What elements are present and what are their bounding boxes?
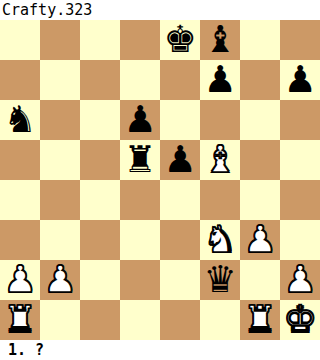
black-king[interactable]: ♚ (163, 20, 196, 60)
white-pawn[interactable]: ♟ (3, 260, 36, 300)
square-c5[interactable] (80, 140, 120, 180)
square-a6[interactable]: ♞ (0, 100, 40, 140)
square-h2[interactable]: ♟ (280, 260, 320, 300)
white-rook[interactable]: ♜ (243, 300, 276, 340)
square-d1[interactable] (120, 300, 160, 340)
white-pawn[interactable]: ♟ (243, 220, 276, 260)
square-h6[interactable] (280, 100, 320, 140)
square-e4[interactable] (160, 180, 200, 220)
square-b8[interactable] (40, 20, 80, 60)
black-bishop[interactable]: ♝ (203, 20, 236, 60)
black-rook[interactable]: ♜ (123, 140, 156, 180)
square-c1[interactable] (80, 300, 120, 340)
square-a2[interactable]: ♟ (0, 260, 40, 300)
square-h4[interactable] (280, 180, 320, 220)
square-a4[interactable] (0, 180, 40, 220)
square-a7[interactable] (0, 60, 40, 100)
square-h5[interactable] (280, 140, 320, 180)
square-e1[interactable] (160, 300, 200, 340)
square-d7[interactable] (120, 60, 160, 100)
square-e8[interactable]: ♚ (160, 20, 200, 60)
square-d5[interactable]: ♜ (120, 140, 160, 180)
square-c3[interactable] (80, 220, 120, 260)
square-b1[interactable] (40, 300, 80, 340)
square-d8[interactable] (120, 20, 160, 60)
square-g3[interactable]: ♟ (240, 220, 280, 260)
title-bar: Crafty.323 (0, 0, 320, 20)
square-h7[interactable]: ♟ (280, 60, 320, 100)
square-b5[interactable] (40, 140, 80, 180)
square-c7[interactable] (80, 60, 120, 100)
square-e5[interactable]: ♟ (160, 140, 200, 180)
square-f8[interactable]: ♝ (200, 20, 240, 60)
black-pawn[interactable]: ♟ (123, 100, 156, 140)
square-g4[interactable] (240, 180, 280, 220)
square-c6[interactable] (80, 100, 120, 140)
square-f3[interactable]: ♞ (200, 220, 240, 260)
square-h1[interactable]: ♚ (280, 300, 320, 340)
black-knight[interactable]: ♞ (3, 100, 36, 140)
square-g7[interactable] (240, 60, 280, 100)
move-prompt: 1. ? (0, 340, 44, 360)
white-pawn[interactable]: ♟ (43, 260, 76, 300)
square-f6[interactable] (200, 100, 240, 140)
black-pawn[interactable]: ♟ (163, 140, 196, 180)
square-d2[interactable] (120, 260, 160, 300)
white-pawn[interactable]: ♟ (283, 260, 316, 300)
square-b2[interactable]: ♟ (40, 260, 80, 300)
white-knight[interactable]: ♞ (203, 220, 236, 260)
white-bishop[interactable]: ♝ (203, 140, 236, 180)
square-g5[interactable] (240, 140, 280, 180)
square-c2[interactable] (80, 260, 120, 300)
square-f1[interactable] (200, 300, 240, 340)
square-d6[interactable]: ♟ (120, 100, 160, 140)
square-g8[interactable] (240, 20, 280, 60)
square-g2[interactable] (240, 260, 280, 300)
square-b7[interactable] (40, 60, 80, 100)
square-a5[interactable] (0, 140, 40, 180)
square-a8[interactable] (0, 20, 40, 60)
square-b6[interactable] (40, 100, 80, 140)
square-e3[interactable] (160, 220, 200, 260)
white-rook[interactable]: ♜ (3, 300, 36, 340)
square-f4[interactable] (200, 180, 240, 220)
square-a1[interactable]: ♜ (0, 300, 40, 340)
square-d3[interactable] (120, 220, 160, 260)
black-queen[interactable]: ♛ (203, 260, 236, 300)
square-c4[interactable] (80, 180, 120, 220)
window-title: Crafty.323 (0, 0, 92, 20)
square-b4[interactable] (40, 180, 80, 220)
square-g6[interactable] (240, 100, 280, 140)
square-f5[interactable]: ♝ (200, 140, 240, 180)
square-g1[interactable]: ♜ (240, 300, 280, 340)
square-e2[interactable] (160, 260, 200, 300)
status-bar: 1. ? (0, 340, 320, 360)
square-a3[interactable] (0, 220, 40, 260)
square-h3[interactable] (280, 220, 320, 260)
square-e7[interactable] (160, 60, 200, 100)
black-pawn[interactable]: ♟ (203, 60, 236, 100)
square-e6[interactable] (160, 100, 200, 140)
chess-board: ♚♝♟♟♞♟♜♟♝♞♟♟♟♛♟♜♜♚ (0, 20, 320, 340)
square-f2[interactable]: ♛ (200, 260, 240, 300)
square-h8[interactable] (280, 20, 320, 60)
square-b3[interactable] (40, 220, 80, 260)
white-king[interactable]: ♚ (283, 300, 316, 340)
square-c8[interactable] (80, 20, 120, 60)
black-pawn[interactable]: ♟ (283, 60, 316, 100)
square-d4[interactable] (120, 180, 160, 220)
square-f7[interactable]: ♟ (200, 60, 240, 100)
